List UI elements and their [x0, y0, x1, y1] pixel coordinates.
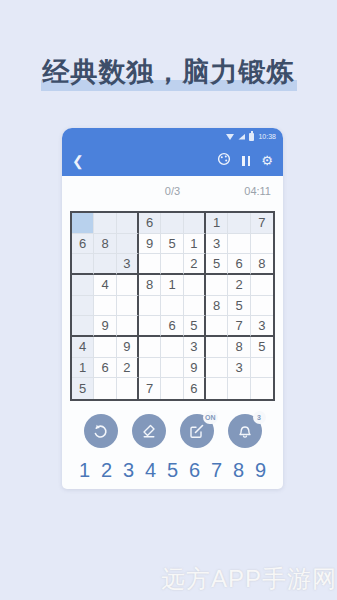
mistakes-counter: 0/3: [165, 185, 180, 197]
sudoku-cell-r9c7[interactable]: [206, 378, 228, 399]
sudoku-cell-r8c4[interactable]: [139, 358, 161, 379]
sudoku-cell-r1c5[interactable]: [161, 213, 183, 234]
sudoku-cell-r5c8[interactable]: 5: [228, 296, 250, 317]
hud-row: 0/3 04:11: [62, 176, 283, 208]
sudoku-cell-r2c2[interactable]: 8: [94, 234, 116, 255]
sudoku-cell-r9c2[interactable]: [94, 378, 116, 399]
sudoku-cell-r3c4[interactable]: [139, 254, 161, 275]
notes-button[interactable]: ON: [180, 414, 214, 448]
hint-button[interactable]: 3: [228, 414, 262, 448]
sudoku-cell-r6c1[interactable]: [72, 316, 94, 337]
sudoku-cell-r4c4[interactable]: 8: [139, 275, 161, 296]
sudoku-cell-r8c3[interactable]: 2: [117, 358, 139, 379]
digit-2-button[interactable]: 2: [96, 459, 118, 482]
hint-count-badge: 3: [253, 411, 266, 424]
status-time: 10:38: [258, 133, 276, 140]
number-pad: 123456789: [62, 459, 283, 482]
sudoku-cell-r5c7[interactable]: 8: [206, 296, 228, 317]
sudoku-cell-r1c1[interactable]: [72, 213, 94, 234]
digit-7-button[interactable]: 7: [206, 459, 228, 482]
digit-3-button[interactable]: 3: [118, 459, 140, 482]
sudoku-cell-r4c8[interactable]: 2: [228, 275, 250, 296]
sudoku-cell-r4c1[interactable]: [72, 275, 94, 296]
sudoku-cell-r4c6[interactable]: [184, 275, 206, 296]
sudoku-cell-r2c8[interactable]: [228, 234, 250, 255]
page-title-text: 经典数独，脑力锻炼: [41, 57, 297, 91]
sudoku-cell-r9c5[interactable]: [161, 378, 183, 399]
pencil-note-icon: [189, 423, 205, 439]
page-title: 经典数独，脑力锻炼: [0, 54, 337, 90]
sudoku-cell-r7c4[interactable]: [139, 337, 161, 358]
erase-button[interactable]: [132, 414, 166, 448]
sudoku-cell-r9c1[interactable]: 5: [72, 378, 94, 399]
sudoku-cell-r4c2[interactable]: 4: [94, 275, 116, 296]
sudoku-cell-r7c3[interactable]: 9: [117, 337, 139, 358]
sudoku-cell-r7c5[interactable]: [161, 337, 183, 358]
sudoku-cell-r6c9[interactable]: 3: [251, 316, 273, 337]
notes-state-badge: ON: [203, 411, 218, 424]
sudoku-cell-r8c7[interactable]: [206, 358, 228, 379]
sudoku-cell-r5c5[interactable]: [161, 296, 183, 317]
sudoku-cell-r3c7[interactable]: 5: [206, 254, 228, 275]
sudoku-cell-r9c4[interactable]: 7: [139, 378, 161, 399]
sudoku-cell-r5c9[interactable]: [251, 296, 273, 317]
undo-icon: [92, 423, 109, 440]
back-button[interactable]: ❮: [72, 154, 84, 168]
sudoku-cell-r6c8[interactable]: 7: [228, 316, 250, 337]
sudoku-cell-r5c3[interactable]: [117, 296, 139, 317]
sudoku-cell-r7c6[interactable]: 3: [184, 337, 206, 358]
theme-palette-button[interactable]: [217, 152, 231, 170]
sudoku-cell-r7c7[interactable]: [206, 337, 228, 358]
game-timer: 04:11: [244, 185, 271, 197]
sudoku-cell-r3c2[interactable]: [94, 254, 116, 275]
digit-9-button[interactable]: 9: [250, 459, 272, 482]
sudoku-cell-r6c4[interactable]: [139, 316, 161, 337]
sudoku-cell-r7c2[interactable]: [94, 337, 116, 358]
watermark: 远方APP手游网: [161, 563, 337, 595]
sudoku-cell-r8c8[interactable]: 3: [228, 358, 250, 379]
sudoku-cell-r6c2[interactable]: 9: [94, 316, 116, 337]
pause-button[interactable]: [242, 156, 250, 166]
sudoku-cell-r3c5[interactable]: [161, 254, 183, 275]
sudoku-cell-r1c7[interactable]: 1: [206, 213, 228, 234]
status-bar: 10:38: [62, 128, 283, 145]
sudoku-cell-r4c3[interactable]: [117, 275, 139, 296]
sudoku-cell-r1c4[interactable]: 6: [139, 213, 161, 234]
signal-icon: [238, 134, 245, 140]
sudoku-cell-r7c1[interactable]: 4: [72, 337, 94, 358]
sudoku-cell-r2c5[interactable]: 5: [161, 234, 183, 255]
sudoku-cell-r3c8[interactable]: 6: [228, 254, 250, 275]
sudoku-cell-r1c6[interactable]: [184, 213, 206, 234]
sudoku-cell-r6c5[interactable]: 6: [161, 316, 183, 337]
digit-6-button[interactable]: 6: [184, 459, 206, 482]
sudoku-cell-r1c9[interactable]: 7: [251, 213, 273, 234]
toolbar: ON 3: [62, 414, 283, 448]
sudoku-cell-r8c6[interactable]: 9: [184, 358, 206, 379]
sudoku-cell-r9c6[interactable]: 6: [184, 378, 206, 399]
digit-8-button[interactable]: 8: [228, 459, 250, 482]
digit-4-button[interactable]: 4: [140, 459, 162, 482]
sudoku-cell-r2c3[interactable]: [117, 234, 139, 255]
sudoku-cell-r9c3[interactable]: [117, 378, 139, 399]
bell-icon: [237, 423, 253, 439]
sudoku-cell-r7c8[interactable]: 8: [228, 337, 250, 358]
sudoku-cell-r4c9[interactable]: [251, 275, 273, 296]
sudoku-cell-r3c3[interactable]: 3: [117, 254, 139, 275]
sudoku-cell-r8c1[interactable]: 1: [72, 358, 94, 379]
sudoku-cell-r2c6[interactable]: 1: [184, 234, 206, 255]
sudoku-cell-r2c4[interactable]: 9: [139, 234, 161, 255]
sudoku-cell-r2c1[interactable]: 6: [72, 234, 94, 255]
sudoku-app-screenshot: 10:38 ❮ ⚙ 0/3 04:11 61768951332568481285…: [62, 128, 283, 489]
sudoku-cell-r9c8[interactable]: [228, 378, 250, 399]
sudoku-cell-r8c5[interactable]: [161, 358, 183, 379]
sudoku-cell-r3c9[interactable]: 8: [251, 254, 273, 275]
sudoku-cell-r8c2[interactable]: 6: [94, 358, 116, 379]
sudoku-grid: 61768951332568481285965734938516293576: [70, 211, 275, 401]
sudoku-cell-r7c9[interactable]: 5: [251, 337, 273, 358]
sudoku-cell-r2c9[interactable]: [251, 234, 273, 255]
sudoku-cell-r3c1[interactable]: [72, 254, 94, 275]
sudoku-cell-r5c4[interactable]: [139, 296, 161, 317]
sudoku-cell-r6c3[interactable]: [117, 316, 139, 337]
undo-button[interactable]: [84, 414, 118, 448]
wifi-icon: [226, 134, 234, 140]
sudoku-cell-r4c7[interactable]: [206, 275, 228, 296]
sudoku-cell-r5c1[interactable]: [72, 296, 94, 317]
sudoku-cell-r9c9[interactable]: [251, 378, 273, 399]
sudoku-cell-r1c2[interactable]: [94, 213, 116, 234]
digit-1-button[interactable]: 1: [74, 459, 96, 482]
eraser-icon: [141, 423, 157, 439]
digit-5-button[interactable]: 5: [162, 459, 184, 482]
sudoku-cell-r2c7[interactable]: 3: [206, 234, 228, 255]
sudoku-cell-r5c2[interactable]: [94, 296, 116, 317]
sudoku-cell-r4c5[interactable]: 1: [161, 275, 183, 296]
app-bar: ❮ ⚙: [62, 145, 283, 176]
sudoku-cell-r1c3[interactable]: [117, 213, 139, 234]
sudoku-cell-r8c9[interactable]: [251, 358, 273, 379]
sudoku-cell-r3c6[interactable]: 2: [184, 254, 206, 275]
sudoku-cell-r6c7[interactable]: [206, 316, 228, 337]
sudoku-cell-r5c6[interactable]: [184, 296, 206, 317]
settings-gear-button[interactable]: ⚙: [261, 154, 273, 167]
sudoku-cell-r1c8[interactable]: [228, 213, 250, 234]
sudoku-cell-r6c6[interactable]: 5: [184, 316, 206, 337]
battery-icon: [249, 133, 254, 141]
